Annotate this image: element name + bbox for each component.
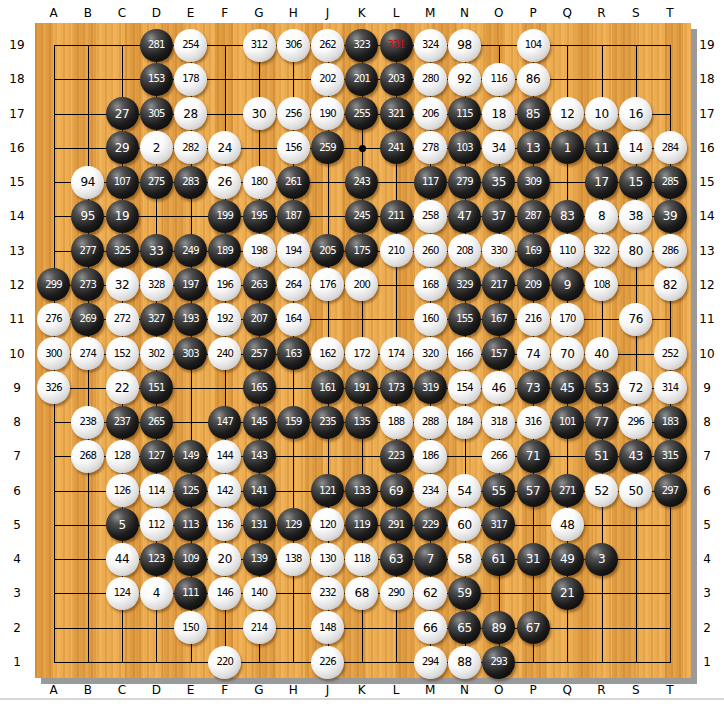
move-number: 280 (422, 74, 439, 84)
move-number: 296 (627, 417, 644, 427)
row-label-left: 9 (13, 381, 21, 395)
row-label-left: 13 (9, 244, 24, 258)
black-stone-Q6: 271 (551, 474, 584, 507)
black-stone-T6: 297 (654, 474, 687, 507)
white-stone-Q5: 48 (551, 508, 584, 541)
column-label-bottom: N (460, 683, 469, 697)
move-number: 206 (422, 109, 439, 119)
move-number: 284 (662, 143, 679, 153)
white-stone-H13: 194 (277, 234, 310, 267)
move-number: 169 (525, 246, 542, 256)
move-number: 120 (319, 520, 336, 530)
move-number: 82 (663, 279, 677, 291)
move-number: 35 (492, 176, 506, 188)
move-number: 238 (79, 417, 96, 427)
black-stone-J8: 235 (311, 406, 344, 439)
black-stone-G9: 165 (243, 371, 276, 404)
row-label-left: 6 (13, 484, 21, 498)
move-number: 201 (353, 74, 370, 84)
go-game-screen: 2812543123062623233313249810415317820220… (0, 0, 724, 706)
window-bottom-border (0, 698, 724, 700)
move-number: 207 (251, 314, 268, 324)
black-stone-F13: 189 (208, 234, 241, 267)
move-number: 208 (456, 246, 473, 256)
white-stone-K10: 172 (345, 337, 378, 370)
move-number: 153 (148, 74, 165, 84)
column-label-top: S (632, 6, 640, 20)
black-stone-O4: 61 (482, 543, 515, 576)
move-number: 324 (422, 40, 439, 50)
white-stone-C6: 126 (106, 474, 139, 507)
black-stone-P16: 13 (517, 131, 550, 164)
white-stone-S17: 16 (619, 97, 652, 130)
black-stone-K14: 245 (345, 200, 378, 233)
move-number: 156 (285, 143, 302, 153)
black-stone-J13: 205 (311, 234, 344, 267)
move-number: 160 (422, 314, 439, 324)
move-number: 1 (564, 142, 571, 154)
white-stone-A10: 300 (37, 337, 70, 370)
move-number: 184 (456, 417, 473, 427)
white-stone-F16: 24 (208, 131, 241, 164)
white-stone-G19: 312 (243, 29, 276, 62)
black-stone-N17: 115 (448, 97, 481, 130)
move-number: 118 (353, 554, 370, 564)
move-number: 322 (593, 246, 610, 256)
black-stone-H14: 187 (277, 200, 310, 233)
column-label-top: C (118, 6, 126, 20)
move-number: 69 (389, 485, 403, 497)
row-label-left: 2 (13, 621, 21, 635)
white-stone-L10: 174 (380, 337, 413, 370)
white-stone-M11: 160 (414, 303, 447, 336)
move-number: 294 (422, 657, 439, 667)
move-number: 312 (251, 40, 268, 50)
white-stone-Q13: 110 (551, 234, 584, 267)
move-number: 46 (492, 382, 506, 394)
move-number: 259 (319, 143, 336, 153)
move-number: 145 (251, 417, 268, 427)
black-stone-G4: 139 (243, 543, 276, 576)
move-number: 147 (216, 417, 233, 427)
black-stone-O2: 89 (482, 611, 515, 644)
move-number: 73 (526, 382, 540, 394)
white-stone-R6: 52 (585, 474, 618, 507)
white-stone-J17: 190 (311, 97, 344, 130)
column-label-bottom: J (326, 683, 330, 697)
black-stone-C8: 237 (106, 406, 139, 439)
column-label-bottom: B (84, 683, 92, 697)
black-stone-L4: 63 (380, 543, 413, 576)
move-number: 303 (182, 349, 199, 359)
black-stone-E7: 149 (174, 440, 207, 473)
move-number: 291 (388, 520, 405, 530)
move-number: 51 (594, 450, 608, 462)
move-number: 54 (457, 485, 471, 497)
black-stone-T14: 39 (654, 200, 687, 233)
move-number: 72 (629, 382, 643, 394)
column-label-top: K (358, 6, 366, 20)
white-stone-D10: 302 (140, 337, 173, 370)
move-number: 12 (560, 108, 574, 120)
move-number: 110 (559, 246, 576, 256)
move-number: 14 (629, 142, 643, 154)
black-stone-D11: 327 (140, 303, 173, 336)
move-number: 216 (525, 314, 542, 324)
move-number: 53 (594, 382, 608, 394)
black-stone-C16: 29 (106, 131, 139, 164)
move-number: 191 (353, 383, 370, 393)
white-stone-M2: 66 (414, 611, 447, 644)
black-stone-P13: 169 (517, 234, 550, 267)
move-number: 121 (319, 486, 336, 496)
column-label-top: R (597, 6, 605, 20)
move-number: 149 (182, 451, 199, 461)
column-label-top: Q (563, 6, 572, 20)
move-number: 306 (285, 40, 302, 50)
black-stone-D18: 153 (140, 63, 173, 96)
black-stone-Q8: 101 (551, 406, 584, 439)
move-number: 305 (148, 109, 165, 119)
move-number: 31 (526, 553, 540, 565)
column-label-bottom: R (597, 683, 605, 697)
move-number: 124 (114, 588, 131, 598)
move-number: 260 (422, 246, 439, 256)
move-number: 142 (216, 486, 233, 496)
column-label-bottom: E (187, 683, 195, 697)
black-stone-K5: 119 (345, 508, 378, 541)
move-number: 15 (629, 176, 643, 188)
move-number: 282 (182, 143, 199, 153)
white-stone-J4: 130 (311, 543, 344, 576)
move-number: 161 (319, 383, 336, 393)
row-label-right: 5 (703, 518, 711, 532)
black-stone-K8: 135 (345, 406, 378, 439)
white-stone-S14: 38 (619, 200, 652, 233)
black-stone-N14: 47 (448, 200, 481, 233)
move-number: 223 (388, 451, 405, 461)
move-number: 265 (148, 417, 165, 427)
move-number: 109 (182, 554, 199, 564)
black-stone-R7: 51 (585, 440, 618, 473)
white-stone-N4: 58 (448, 543, 481, 576)
move-number: 309 (525, 177, 542, 187)
black-stone-O14: 37 (482, 200, 515, 233)
move-number: 45 (560, 382, 574, 394)
black-stone-P7: 71 (517, 440, 550, 473)
move-number: 60 (457, 519, 471, 531)
go-board[interactable]: 2812543123062623233313249810415317820220… (35, 23, 691, 678)
move-number: 49 (560, 553, 574, 565)
white-stone-H12: 264 (277, 268, 310, 301)
white-stone-F11: 192 (208, 303, 241, 336)
black-stone-J16: 259 (311, 131, 344, 164)
move-number: 48 (560, 519, 574, 531)
white-stone-J2: 148 (311, 611, 344, 644)
row-label-left: 16 (9, 141, 24, 155)
move-number: 202 (319, 74, 336, 84)
white-stone-S11: 76 (619, 303, 652, 336)
white-stone-C12: 32 (106, 268, 139, 301)
move-number: 198 (251, 246, 268, 256)
move-number: 288 (422, 417, 439, 427)
white-stone-N19: 98 (448, 29, 481, 62)
black-stone-E5: 113 (174, 508, 207, 541)
column-label-bottom: K (358, 683, 366, 697)
column-label-bottom: A (49, 683, 57, 697)
move-number: 68 (355, 587, 369, 599)
white-stone-T13: 286 (654, 234, 687, 267)
move-number: 268 (79, 451, 96, 461)
row-label-right: 14 (699, 209, 714, 223)
move-number: 76 (629, 313, 643, 325)
row-label-left: 5 (13, 518, 21, 532)
white-stone-F15: 26 (208, 166, 241, 199)
move-number: 209 (525, 280, 542, 290)
move-number: 89 (492, 622, 506, 634)
move-number: 266 (490, 451, 507, 461)
white-stone-C9: 22 (106, 371, 139, 404)
row-label-left: 7 (13, 449, 21, 463)
black-stone-T15: 285 (654, 166, 687, 199)
black-stone-Q16: 1 (551, 131, 584, 164)
move-number: 141 (251, 486, 268, 496)
move-number: 163 (285, 349, 302, 359)
white-stone-M6: 234 (414, 474, 447, 507)
white-stone-M10: 320 (414, 337, 447, 370)
row-label-right: 3 (703, 586, 711, 600)
row-label-right: 18 (699, 72, 714, 86)
black-stone-F14: 199 (208, 200, 241, 233)
move-number: 317 (490, 520, 507, 530)
white-stone-K12: 200 (345, 268, 378, 301)
black-stone-O1: 293 (482, 646, 515, 679)
black-stone-M4: 7 (414, 543, 447, 576)
white-stone-J18: 202 (311, 63, 344, 96)
move-number: 240 (216, 349, 233, 359)
white-stone-P19: 104 (517, 29, 550, 62)
move-number: 27 (115, 108, 129, 120)
row-label-right: 4 (703, 552, 711, 566)
white-stone-R17: 10 (585, 97, 618, 130)
row-label-right: 7 (703, 449, 711, 463)
move-number: 115 (456, 109, 473, 119)
black-stone-J9: 161 (311, 371, 344, 404)
white-stone-P10: 74 (517, 337, 550, 370)
move-number: 21 (560, 587, 574, 599)
move-number: 117 (422, 177, 439, 187)
move-number: 16 (629, 108, 643, 120)
move-number: 276 (45, 314, 62, 324)
black-stone-B14: 95 (71, 200, 104, 233)
star-point (359, 145, 366, 152)
black-stone-E11: 193 (174, 303, 207, 336)
move-number: 95 (81, 210, 95, 222)
black-stone-G8: 145 (243, 406, 276, 439)
move-number: 278 (422, 143, 439, 153)
black-stone-D8: 265 (140, 406, 173, 439)
white-stone-C3: 124 (106, 577, 139, 610)
white-stone-M13: 260 (414, 234, 447, 267)
move-number: 17 (594, 176, 608, 188)
white-stone-J5: 120 (311, 508, 344, 541)
black-stone-N2: 65 (448, 611, 481, 644)
column-label-top: O (494, 6, 503, 20)
black-stone-K17: 255 (345, 97, 378, 130)
move-number: 47 (457, 210, 471, 222)
move-number: 196 (216, 280, 233, 290)
move-number: 293 (490, 657, 507, 667)
move-number: 257 (251, 349, 268, 359)
move-number: 77 (594, 416, 608, 428)
black-stone-L18: 203 (380, 63, 413, 96)
move-number: 243 (353, 177, 370, 187)
move-number: 135 (353, 417, 370, 427)
white-stone-R10: 40 (585, 337, 618, 370)
move-number: 328 (148, 280, 165, 290)
move-number: 330 (490, 246, 507, 256)
white-stone-O18: 116 (482, 63, 515, 96)
move-number: 125 (182, 486, 199, 496)
move-number: 24 (218, 142, 232, 154)
move-number: 113 (182, 520, 199, 530)
move-number: 263 (251, 280, 268, 290)
move-number: 155 (456, 314, 473, 324)
move-number: 148 (319, 623, 336, 633)
white-stone-E18: 178 (174, 63, 207, 96)
white-stone-H4: 138 (277, 543, 310, 576)
move-number: 283 (182, 177, 199, 187)
black-stone-G7: 143 (243, 440, 276, 473)
black-stone-H10: 163 (277, 337, 310, 370)
white-stone-F3: 146 (208, 577, 241, 610)
black-stone-Q14: 83 (551, 200, 584, 233)
move-number: 108 (593, 280, 610, 290)
move-number: 175 (353, 246, 370, 256)
move-number: 38 (629, 210, 643, 222)
column-label-top: N (460, 6, 469, 20)
row-label-right: 1 (703, 655, 711, 669)
move-number: 258 (422, 211, 439, 221)
row-label-left: 17 (9, 107, 24, 121)
move-number: 139 (251, 554, 268, 564)
white-stone-B8: 238 (71, 406, 104, 439)
white-stone-R13: 322 (585, 234, 618, 267)
move-number: 205 (319, 246, 336, 256)
move-number: 152 (114, 349, 131, 359)
white-stone-P18: 86 (517, 63, 550, 96)
column-label-top: H (289, 6, 298, 20)
column-label-bottom: L (393, 683, 400, 697)
black-stone-N12: 329 (448, 268, 481, 301)
move-number: 7 (427, 553, 434, 565)
move-number: 297 (662, 486, 679, 496)
black-stone-L9: 173 (380, 371, 413, 404)
column-label-top: P (529, 6, 536, 20)
white-stone-C10: 152 (106, 337, 139, 370)
white-stone-M8: 288 (414, 406, 447, 439)
white-stone-N10: 166 (448, 337, 481, 370)
black-stone-E15: 283 (174, 166, 207, 199)
black-stone-O11: 167 (482, 303, 515, 336)
move-number: 203 (388, 74, 405, 84)
white-stone-B10: 274 (71, 337, 104, 370)
black-stone-B13: 277 (71, 234, 104, 267)
move-number: 18 (492, 108, 506, 120)
black-stone-N15: 279 (448, 166, 481, 199)
move-number: 10 (594, 108, 608, 120)
move-number: 164 (285, 314, 302, 324)
black-stone-N16: 103 (448, 131, 481, 164)
move-number: 150 (182, 623, 199, 633)
move-number: 214 (251, 623, 268, 633)
white-stone-F6: 142 (208, 474, 241, 507)
black-stone-K18: 201 (345, 63, 378, 96)
white-stone-M18: 280 (414, 63, 447, 96)
white-stone-G3: 140 (243, 577, 276, 610)
move-number: 331 (388, 40, 405, 50)
move-number: 325 (114, 246, 131, 256)
move-number: 28 (183, 108, 197, 120)
black-stone-G10: 257 (243, 337, 276, 370)
column-label-bottom: O (494, 683, 503, 697)
column-label-bottom: P (529, 683, 536, 697)
move-number: 320 (422, 349, 439, 359)
black-stone-B12: 273 (71, 268, 104, 301)
black-stone-M9: 319 (414, 371, 447, 404)
white-stone-S13: 80 (619, 234, 652, 267)
white-stone-N6: 54 (448, 474, 481, 507)
move-number: 197 (182, 280, 199, 290)
move-number: 277 (79, 246, 96, 256)
black-stone-F8: 147 (208, 406, 241, 439)
white-stone-F12: 196 (208, 268, 241, 301)
black-stone-D4: 123 (140, 543, 173, 576)
white-stone-G17: 30 (243, 97, 276, 130)
white-stone-D12: 328 (140, 268, 173, 301)
move-number: 279 (456, 177, 473, 187)
black-stone-P17: 85 (517, 97, 550, 130)
white-stone-E17: 28 (174, 97, 207, 130)
move-number: 166 (456, 349, 473, 359)
white-stone-F7: 144 (208, 440, 241, 473)
move-number: 29 (115, 142, 129, 154)
column-label-bottom: S (632, 683, 640, 697)
black-stone-E10: 303 (174, 337, 207, 370)
white-stone-N8: 184 (448, 406, 481, 439)
white-stone-M12: 168 (414, 268, 447, 301)
move-number: 107 (114, 177, 131, 187)
move-number: 290 (388, 588, 405, 598)
move-number: 316 (525, 417, 542, 427)
white-stone-K4: 118 (345, 543, 378, 576)
move-number: 126 (114, 486, 131, 496)
row-label-left: 3 (13, 586, 21, 600)
black-stone-D13: 33 (140, 234, 173, 267)
black-stone-C14: 19 (106, 200, 139, 233)
black-stone-L7: 223 (380, 440, 413, 473)
move-number: 74 (526, 348, 540, 360)
white-stone-M3: 62 (414, 577, 447, 610)
move-number: 103 (456, 143, 473, 153)
move-number: 127 (148, 451, 165, 461)
move-number: 9 (564, 279, 571, 291)
white-stone-O8: 318 (482, 406, 515, 439)
move-number: 188 (388, 417, 405, 427)
black-stone-L19: 331 (380, 29, 413, 62)
black-stone-L6: 69 (380, 474, 413, 507)
move-number: 234 (422, 486, 439, 496)
